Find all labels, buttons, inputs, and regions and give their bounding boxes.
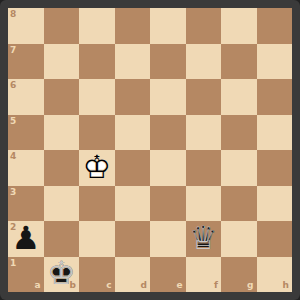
square-b8[interactable] [44,8,80,44]
piece-black-pawn[interactable]: ♟ [8,221,44,257]
square-b2[interactable] [44,221,80,257]
square-a3[interactable]: 3 [8,186,44,222]
square-d6[interactable] [115,79,151,115]
file-label-e: e [176,281,182,290]
square-a1[interactable]: 1a [8,257,44,293]
white-king-outline: ♔ [79,149,115,185]
square-g2[interactable] [221,221,257,257]
rank-label-7: 7 [10,46,16,55]
square-f7[interactable] [186,44,222,80]
square-c2[interactable] [79,221,115,257]
black-king-outline: ♔ [44,256,80,292]
black-queen-outline: ♕ [186,220,222,256]
square-c8[interactable] [79,8,115,44]
square-d8[interactable] [115,8,151,44]
square-c5[interactable] [79,115,115,151]
square-h2[interactable] [257,221,293,257]
piece-black-queen[interactable]: ♛♕ [186,221,222,257]
square-f6[interactable] [186,79,222,115]
square-e7[interactable] [150,44,186,80]
rank-label-3: 3 [10,188,16,197]
file-label-a: a [34,281,40,290]
square-c3[interactable] [79,186,115,222]
square-f1[interactable]: f [186,257,222,293]
square-g3[interactable] [221,186,257,222]
square-e4[interactable] [150,150,186,186]
square-g8[interactable] [221,8,257,44]
rank-label-4: 4 [10,152,16,161]
rank-label-1: 1 [10,259,16,268]
square-g5[interactable] [221,115,257,151]
file-label-h: h [283,281,289,290]
square-h7[interactable] [257,44,293,80]
square-h3[interactable] [257,186,293,222]
square-e8[interactable] [150,8,186,44]
square-f3[interactable] [186,186,222,222]
piece-black-king[interactable]: ♚♔ [44,257,80,293]
board-frame: 87654♚♔32♟♛♕1ab♚♔cdefgh [0,0,300,300]
rank-label-8: 8 [10,10,16,19]
square-d2[interactable] [115,221,151,257]
square-f4[interactable] [186,150,222,186]
square-h8[interactable] [257,8,293,44]
square-c7[interactable] [79,44,115,80]
rank-label-5: 5 [10,117,16,126]
square-e3[interactable] [150,186,186,222]
square-f8[interactable] [186,8,222,44]
square-f5[interactable] [186,115,222,151]
file-label-g: g [247,281,253,290]
file-label-c: c [106,281,111,290]
square-a7[interactable]: 7 [8,44,44,80]
square-d5[interactable] [115,115,151,151]
square-h5[interactable] [257,115,293,151]
square-e1[interactable]: e [150,257,186,293]
square-d1[interactable]: d [115,257,151,293]
square-c6[interactable] [79,79,115,115]
square-e2[interactable] [150,221,186,257]
file-label-d: d [141,281,147,290]
square-c4[interactable]: ♚♔ [79,150,115,186]
square-a5[interactable]: 5 [8,115,44,151]
square-g6[interactable] [221,79,257,115]
square-d7[interactable] [115,44,151,80]
chess-board: 87654♚♔32♟♛♕1ab♚♔cdefgh [8,8,292,292]
square-e5[interactable] [150,115,186,151]
square-b3[interactable] [44,186,80,222]
square-a4[interactable]: 4 [8,150,44,186]
square-h4[interactable] [257,150,293,186]
square-b7[interactable] [44,44,80,80]
square-b5[interactable] [44,115,80,151]
black-pawn-glyph: ♟ [8,220,44,256]
square-g7[interactable] [221,44,257,80]
square-b6[interactable] [44,79,80,115]
rank-label-6: 6 [10,81,16,90]
square-g1[interactable]: g [221,257,257,293]
square-g4[interactable] [221,150,257,186]
piece-white-king[interactable]: ♚♔ [79,150,115,186]
square-h1[interactable]: h [257,257,293,293]
square-e6[interactable] [150,79,186,115]
square-a2[interactable]: 2♟ [8,221,44,257]
square-a6[interactable]: 6 [8,79,44,115]
square-b4[interactable] [44,150,80,186]
square-h6[interactable] [257,79,293,115]
square-d4[interactable] [115,150,151,186]
square-c1[interactable]: c [79,257,115,293]
square-b1[interactable]: b♚♔ [44,257,80,293]
square-f2[interactable]: ♛♕ [186,221,222,257]
file-label-f: f [214,281,218,290]
square-d3[interactable] [115,186,151,222]
square-a8[interactable]: 8 [8,8,44,44]
